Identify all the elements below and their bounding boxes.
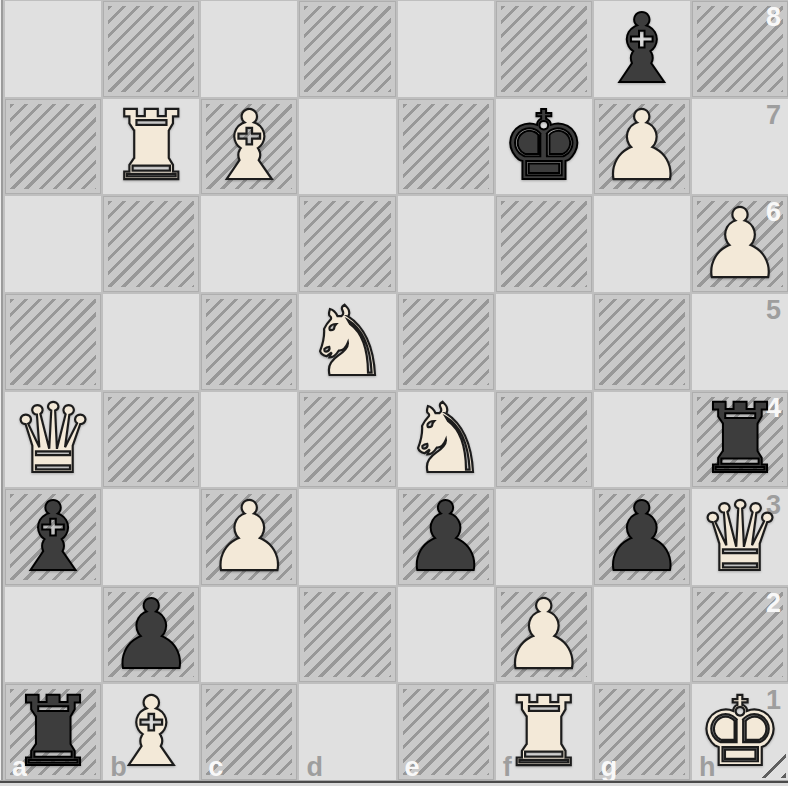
black-pawn-piece[interactable]: ♟ (594, 489, 690, 585)
file-label-e: e (405, 752, 420, 783)
square-g3[interactable]: ♟ (594, 489, 690, 585)
white-knight-piece[interactable]: ♞ (299, 294, 395, 390)
white-rook-piece[interactable]: ♜ (496, 684, 592, 780)
square-a7[interactable] (5, 99, 101, 195)
square-d6[interactable] (299, 196, 395, 292)
square-e3[interactable]: ♟ (398, 489, 494, 585)
square-e8[interactable] (398, 1, 494, 97)
black-rook-piece[interactable]: ♜ (692, 392, 788, 488)
square-h7[interactable]: 7 (692, 99, 788, 195)
square-b4[interactable] (103, 392, 199, 488)
square-b5[interactable] (103, 294, 199, 390)
square-g4[interactable] (594, 392, 690, 488)
square-a4[interactable]: ♛ (5, 392, 101, 488)
square-c6[interactable] (201, 196, 297, 292)
square-h4[interactable]: 4♜ (692, 392, 788, 488)
square-d8[interactable] (299, 1, 395, 97)
square-a3[interactable]: ♝ (5, 489, 101, 585)
window-bottom-edge (0, 780, 788, 786)
square-f4[interactable] (496, 392, 592, 488)
square-g2[interactable] (594, 587, 690, 683)
square-e2[interactable] (398, 587, 494, 683)
square-f2[interactable]: ♟ (496, 587, 592, 683)
black-pawn-piece[interactable]: ♟ (103, 587, 199, 683)
file-label-g: g (601, 752, 618, 783)
black-bishop-piece[interactable]: ♝ (5, 489, 101, 585)
square-c2[interactable] (201, 587, 297, 683)
white-pawn-piece[interactable]: ♟ (496, 587, 592, 683)
black-rook-piece[interactable]: ♜ (5, 684, 101, 780)
white-bishop-piece[interactable]: ♝ (201, 99, 297, 195)
white-pawn-piece[interactable]: ♟ (594, 99, 690, 195)
square-d4[interactable] (299, 392, 395, 488)
black-bishop-piece[interactable]: ♝ (594, 1, 690, 97)
chess-board-window: ♝8♜♝♚♟76♟♞5♛♞4♜♝♟♟♟3♛♟♟2a♜b♝cdef♜g1h♚ (0, 0, 788, 786)
square-e6[interactable] (398, 196, 494, 292)
white-pawn-piece[interactable]: ♟ (201, 489, 297, 585)
rank-label-7: 7 (766, 100, 781, 131)
square-g8[interactable]: ♝ (594, 1, 690, 97)
square-h5[interactable]: 5 (692, 294, 788, 390)
black-king-piece[interactable]: ♚ (496, 99, 592, 195)
square-c7[interactable]: ♝ (201, 99, 297, 195)
white-rook-piece[interactable]: ♜ (103, 99, 199, 195)
square-a2[interactable] (5, 587, 101, 683)
square-f3[interactable] (496, 489, 592, 585)
window-left-edge (0, 0, 5, 786)
square-f1[interactable]: f♜ (496, 684, 592, 780)
square-b8[interactable] (103, 1, 199, 97)
square-d2[interactable] (299, 587, 395, 683)
square-b1[interactable]: b♝ (103, 684, 199, 780)
square-f7[interactable]: ♚ (496, 99, 592, 195)
square-h3[interactable]: 3♛ (692, 489, 788, 585)
rank-label-8: 8 (766, 2, 781, 33)
square-c3[interactable]: ♟ (201, 489, 297, 585)
square-h2[interactable]: 2 (692, 587, 788, 683)
white-knight-piece[interactable]: ♞ (398, 392, 494, 488)
square-d7[interactable] (299, 99, 395, 195)
square-g7[interactable]: ♟ (594, 99, 690, 195)
square-h8[interactable]: 8 (692, 1, 788, 97)
square-d5[interactable]: ♞ (299, 294, 395, 390)
square-e5[interactable] (398, 294, 494, 390)
square-d3[interactable] (299, 489, 395, 585)
square-d1[interactable]: d (299, 684, 395, 780)
square-b3[interactable] (103, 489, 199, 585)
file-label-d: d (306, 752, 323, 783)
square-f5[interactable] (496, 294, 592, 390)
square-a6[interactable] (5, 196, 101, 292)
chess-board: ♝8♜♝♚♟76♟♞5♛♞4♜♝♟♟♟3♛♟♟2a♜b♝cdef♜g1h♚ (5, 0, 788, 780)
square-b6[interactable] (103, 196, 199, 292)
square-c5[interactable] (201, 294, 297, 390)
square-c8[interactable] (201, 1, 297, 97)
square-a5[interactable] (5, 294, 101, 390)
square-c1[interactable]: c (201, 684, 297, 780)
square-e1[interactable]: e (398, 684, 494, 780)
square-g1[interactable]: g (594, 684, 690, 780)
square-g6[interactable] (594, 196, 690, 292)
black-pawn-piece[interactable]: ♟ (398, 489, 494, 585)
square-b7[interactable]: ♜ (103, 99, 199, 195)
white-pawn-piece[interactable]: ♟ (692, 196, 788, 292)
square-a1[interactable]: a♜ (5, 684, 101, 780)
square-f8[interactable] (496, 1, 592, 97)
square-c4[interactable] (201, 392, 297, 488)
white-queen-piece[interactable]: ♛ (692, 489, 788, 585)
square-g5[interactable] (594, 294, 690, 390)
square-f6[interactable] (496, 196, 592, 292)
square-e7[interactable] (398, 99, 494, 195)
file-label-c: c (208, 752, 223, 783)
white-bishop-piece[interactable]: ♝ (103, 684, 199, 780)
square-e4[interactable]: ♞ (398, 392, 494, 488)
square-b2[interactable]: ♟ (103, 587, 199, 683)
square-a8[interactable] (5, 1, 101, 97)
square-h6[interactable]: 6♟ (692, 196, 788, 292)
white-queen-piece[interactable]: ♛ (5, 392, 101, 488)
